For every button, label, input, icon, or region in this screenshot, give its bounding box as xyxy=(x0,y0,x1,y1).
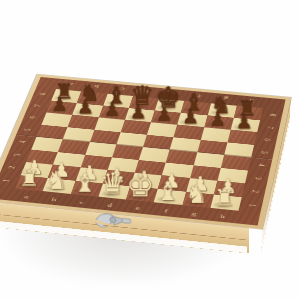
rank-label-right-4: 4 xyxy=(249,159,275,170)
square-g7: ♟ xyxy=(204,115,234,130)
square-g1: ♞ xyxy=(182,191,214,207)
file-label-front-e: e xyxy=(122,202,153,214)
piece-black-pawn-b7: ♟ xyxy=(72,98,99,117)
rank-label-left-4: 4 xyxy=(9,137,35,148)
piece-white-queen-d1: ♛ xyxy=(98,170,126,199)
square-f1: ♝ xyxy=(154,189,186,205)
piece-white-bishop-f1: ♝ xyxy=(154,178,182,204)
file-label-front-a: a xyxy=(11,191,42,203)
piece-black-pawn-e7: ♟ xyxy=(151,105,178,124)
rank-label-right-3: 3 xyxy=(246,172,272,183)
rank-label-right-1: 1 xyxy=(239,199,266,211)
rank-label-right-8: 8 xyxy=(261,110,286,120)
file-label-front-f: f xyxy=(150,205,181,217)
file-label-front-c: c xyxy=(66,196,97,208)
square-e5 xyxy=(143,135,174,150)
piece-black-pawn-g7: ♟ xyxy=(204,110,231,129)
board-border: abcdefgh abcdefgh 87654321 87654321 ♜♞♝♛… xyxy=(0,77,286,225)
square-g6 xyxy=(200,127,230,142)
rank-label-right-5: 5 xyxy=(252,147,277,158)
square-f7: ♟ xyxy=(177,113,207,128)
piece-white-rook-a1: ♜ xyxy=(15,168,43,191)
piece-black-pawn-a7: ♟ xyxy=(46,96,73,115)
square-h1: ♜ xyxy=(210,194,242,211)
file-label-front-h: h xyxy=(207,210,238,222)
rank-label-right-2: 2 xyxy=(243,186,269,198)
piece-white-rook-h1: ♜ xyxy=(210,187,239,210)
piece-white-king-e1: ♚ xyxy=(126,170,154,201)
rank-label-right-7: 7 xyxy=(258,122,283,132)
square-h7: ♟ xyxy=(230,118,260,133)
square-e4 xyxy=(139,147,170,162)
piece-white-knight-b1: ♞ xyxy=(43,168,71,193)
square-d6 xyxy=(121,120,151,135)
piece-black-pawn-c7: ♟ xyxy=(98,100,125,119)
square-h5 xyxy=(224,142,254,157)
product-photo: abcdefgh abcdefgh 87654321 87654321 ♜♞♝♛… xyxy=(0,0,300,300)
file-label-front-d: d xyxy=(94,199,125,211)
metal-clasp xyxy=(93,210,134,236)
piece-white-bishop-c1: ♝ xyxy=(70,170,98,196)
piece-black-pawn-h7: ♟ xyxy=(231,113,258,132)
piece-black-pawn-f7: ♟ xyxy=(177,108,204,127)
square-a4 xyxy=(31,137,63,152)
metal-clasp-icon xyxy=(93,210,134,236)
piece-white-knight-g1: ♞ xyxy=(182,182,210,207)
square-h6 xyxy=(227,130,257,145)
file-label-front-b: b xyxy=(38,193,69,205)
piece-black-pawn-d7: ♟ xyxy=(125,103,152,122)
chess-box: abcdefgh abcdefgh 87654321 87654321 ♜♞♝♛… xyxy=(0,74,291,229)
rank-label-left-6: 6 xyxy=(20,112,46,122)
board-top: abcdefgh abcdefgh 87654321 87654321 ♜♞♝♛… xyxy=(0,74,291,229)
rank-label-right-6: 6 xyxy=(255,134,280,145)
file-label-front-g: g xyxy=(179,207,210,219)
chess-grid: ♜♞♝♛♚♝♞♜♟♟♟♟♟♟♟♟♟♟♟♟♟♟♟♟♜♞♝♛♚♝♞♜ xyxy=(15,89,263,211)
